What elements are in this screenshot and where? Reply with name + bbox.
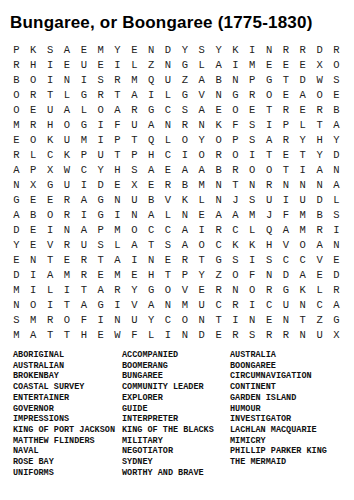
grid-cell-r11c15[interactable]: S bbox=[244, 192, 261, 207]
grid-cell-r3c1[interactable]: B bbox=[8, 72, 25, 87]
grid-cell-r5c1[interactable]: O bbox=[8, 102, 25, 117]
grid-cell-r15c19[interactable]: V bbox=[311, 252, 328, 267]
grid-cell-r17c16[interactable]: R bbox=[261, 282, 278, 297]
grid-cell-r13c9[interactable]: C bbox=[143, 222, 160, 237]
grid-cell-r14c8[interactable]: A bbox=[126, 237, 143, 252]
grid-cell-r5c16[interactable]: T bbox=[261, 102, 278, 117]
grid-cell-r18c6[interactable]: G bbox=[92, 297, 109, 312]
grid-cell-r11c20[interactable]: L bbox=[328, 192, 345, 207]
grid-cell-r15c5[interactable]: R bbox=[75, 252, 92, 267]
grid-cell-r20c17[interactable]: R bbox=[278, 327, 295, 342]
grid-cell-r5c18[interactable]: E bbox=[294, 102, 311, 117]
grid-cell-r1c6[interactable]: M bbox=[92, 42, 109, 57]
grid-cell-r2c3[interactable]: I bbox=[42, 57, 59, 72]
grid-cell-r2c20[interactable]: O bbox=[328, 57, 345, 72]
grid-cell-r8c10[interactable]: C bbox=[160, 147, 177, 162]
grid-cell-r16c10[interactable]: T bbox=[160, 267, 177, 282]
grid-cell-r12c11[interactable]: N bbox=[176, 207, 193, 222]
grid-cell-r6c6[interactable]: I bbox=[92, 117, 109, 132]
grid-cell-r15c18[interactable]: C bbox=[294, 252, 311, 267]
grid-cell-r16c4[interactable]: M bbox=[59, 267, 76, 282]
grid-cell-r9c1[interactable]: A bbox=[8, 162, 25, 177]
grid-cell-r2c18[interactable]: E bbox=[294, 57, 311, 72]
grid-cell-r13c12[interactable]: I bbox=[193, 222, 210, 237]
grid-cell-r15c8[interactable]: I bbox=[126, 252, 143, 267]
grid-cell-r16c8[interactable]: E bbox=[126, 267, 143, 282]
grid-cell-r7c17[interactable]: R bbox=[278, 132, 295, 147]
grid-cell-r15c6[interactable]: T bbox=[92, 252, 109, 267]
grid-cell-r14c11[interactable]: A bbox=[176, 237, 193, 252]
grid-cell-r10c14[interactable]: T bbox=[227, 177, 244, 192]
grid-cell-r14c3[interactable]: V bbox=[42, 237, 59, 252]
grid-cell-r12c15[interactable]: M bbox=[244, 207, 261, 222]
grid-cell-r19c2[interactable]: M bbox=[25, 312, 42, 327]
grid-cell-r9c10[interactable]: E bbox=[160, 162, 177, 177]
grid-cell-r1c7[interactable]: Y bbox=[109, 42, 126, 57]
grid-cell-r5c19[interactable]: R bbox=[311, 102, 328, 117]
grid-cell-r17c13[interactable]: R bbox=[210, 282, 227, 297]
grid-cell-r3c12[interactable]: A bbox=[193, 72, 210, 87]
grid-cell-r5c10[interactable]: C bbox=[160, 102, 177, 117]
grid-cell-r11c5[interactable]: A bbox=[75, 192, 92, 207]
grid-cell-r13c2[interactable]: E bbox=[25, 222, 42, 237]
grid-cell-r6c2[interactable]: R bbox=[25, 117, 42, 132]
grid-cell-r14c15[interactable]: K bbox=[244, 237, 261, 252]
grid-cell-r18c4[interactable]: T bbox=[59, 297, 76, 312]
grid-cell-r15c11[interactable]: R bbox=[176, 252, 193, 267]
grid-cell-r8c18[interactable]: T bbox=[294, 147, 311, 162]
grid-cell-r4c5[interactable]: G bbox=[75, 87, 92, 102]
grid-cell-r2c11[interactable]: G bbox=[176, 57, 193, 72]
grid-cell-r15c9[interactable]: N bbox=[143, 252, 160, 267]
grid-cell-r15c7[interactable]: A bbox=[109, 252, 126, 267]
grid-cell-r19c1[interactable]: S bbox=[8, 312, 25, 327]
grid-cell-r14c20[interactable]: N bbox=[328, 237, 345, 252]
grid-cell-r2c13[interactable]: A bbox=[210, 57, 227, 72]
grid-cell-r2c4[interactable]: E bbox=[59, 57, 76, 72]
grid-cell-r16c18[interactable]: A bbox=[294, 267, 311, 282]
grid-cell-r13c15[interactable]: L bbox=[244, 222, 261, 237]
grid-cell-r5c7[interactable]: A bbox=[109, 102, 126, 117]
grid-cell-r10c13[interactable]: N bbox=[210, 177, 227, 192]
grid-cell-r5c6[interactable]: O bbox=[92, 102, 109, 117]
grid-cell-r12c9[interactable]: A bbox=[143, 207, 160, 222]
grid-cell-r9c9[interactable]: A bbox=[143, 162, 160, 177]
grid-cell-r10c2[interactable]: X bbox=[25, 177, 42, 192]
grid-cell-r15c4[interactable]: E bbox=[59, 252, 76, 267]
grid-cell-r17c14[interactable]: N bbox=[227, 282, 244, 297]
grid-cell-r16c14[interactable]: O bbox=[227, 267, 244, 282]
grid-cell-r9c5[interactable]: C bbox=[75, 162, 92, 177]
grid-cell-r13c4[interactable]: N bbox=[59, 222, 76, 237]
grid-cell-r9c12[interactable]: A bbox=[193, 162, 210, 177]
grid-cell-r17c19[interactable]: L bbox=[311, 282, 328, 297]
grid-cell-r8c20[interactable]: D bbox=[328, 147, 345, 162]
grid-cell-r11c17[interactable]: I bbox=[278, 192, 295, 207]
grid-cell-r6c4[interactable]: O bbox=[59, 117, 76, 132]
grid-cell-r5c9[interactable]: G bbox=[143, 102, 160, 117]
grid-cell-r19c4[interactable]: O bbox=[59, 312, 76, 327]
grid-cell-r7c6[interactable]: I bbox=[92, 132, 109, 147]
grid-cell-r16c19[interactable]: E bbox=[311, 267, 328, 282]
grid-cell-r4c8[interactable]: A bbox=[126, 87, 143, 102]
grid-cell-r10c20[interactable]: A bbox=[328, 177, 345, 192]
grid-cell-r13c1[interactable]: D bbox=[8, 222, 25, 237]
grid-cell-r2c16[interactable]: E bbox=[261, 57, 278, 72]
grid-cell-r5c3[interactable]: U bbox=[42, 102, 59, 117]
grid-cell-r15c14[interactable]: S bbox=[227, 252, 244, 267]
grid-cell-r5c4[interactable]: A bbox=[59, 102, 76, 117]
grid-cell-r12c12[interactable]: E bbox=[193, 207, 210, 222]
grid-cell-r17c4[interactable]: I bbox=[59, 282, 76, 297]
grid-cell-r20c7[interactable]: W bbox=[109, 327, 126, 342]
grid-cell-r12c13[interactable]: A bbox=[210, 207, 227, 222]
grid-cell-r3c16[interactable]: G bbox=[261, 72, 278, 87]
grid-cell-r13c5[interactable]: A bbox=[75, 222, 92, 237]
grid-cell-r10c8[interactable]: X bbox=[126, 177, 143, 192]
grid-cell-r11c8[interactable]: U bbox=[126, 192, 143, 207]
grid-cell-r16c6[interactable]: E bbox=[92, 267, 109, 282]
grid-cell-r18c8[interactable]: V bbox=[126, 297, 143, 312]
grid-cell-r14c7[interactable]: L bbox=[109, 237, 126, 252]
grid-cell-r13c8[interactable]: O bbox=[126, 222, 143, 237]
grid-cell-r18c18[interactable]: N bbox=[294, 297, 311, 312]
grid-cell-r5c12[interactable]: A bbox=[193, 102, 210, 117]
grid-cell-r8c6[interactable]: U bbox=[92, 147, 109, 162]
grid-cell-r3c2[interactable]: O bbox=[25, 72, 42, 87]
grid-cell-r8c9[interactable]: H bbox=[143, 147, 160, 162]
grid-cell-r19c13[interactable]: T bbox=[210, 312, 227, 327]
grid-cell-r7c8[interactable]: T bbox=[126, 132, 143, 147]
grid-cell-r3c9[interactable]: Q bbox=[143, 72, 160, 87]
grid-cell-r10c12[interactable]: M bbox=[193, 177, 210, 192]
grid-cell-r16c5[interactable]: R bbox=[75, 267, 92, 282]
grid-cell-r8c3[interactable]: C bbox=[42, 147, 59, 162]
grid-cell-r9c11[interactable]: A bbox=[176, 162, 193, 177]
grid-cell-r4c20[interactable]: E bbox=[328, 87, 345, 102]
grid-cell-r11c1[interactable]: G bbox=[8, 192, 25, 207]
grid-cell-r18c14[interactable]: R bbox=[227, 297, 244, 312]
grid-cell-r14c2[interactable]: E bbox=[25, 237, 42, 252]
grid-cell-r12c2[interactable]: B bbox=[25, 207, 42, 222]
grid-cell-r5c15[interactable]: E bbox=[244, 102, 261, 117]
grid-cell-r6c8[interactable]: U bbox=[126, 117, 143, 132]
grid-cell-r16c2[interactable]: I bbox=[25, 267, 42, 282]
grid-cell-r19c11[interactable]: O bbox=[176, 312, 193, 327]
grid-cell-r4c19[interactable]: O bbox=[311, 87, 328, 102]
grid-cell-r17c6[interactable]: A bbox=[92, 282, 109, 297]
grid-cell-r7c14[interactable]: P bbox=[227, 132, 244, 147]
grid-cell-r18c13[interactable]: C bbox=[210, 297, 227, 312]
grid-cell-r3c4[interactable]: N bbox=[59, 72, 76, 87]
grid-cell-r2c19[interactable]: X bbox=[311, 57, 328, 72]
grid-cell-r15c2[interactable]: N bbox=[25, 252, 42, 267]
grid-cell-r16c13[interactable]: Z bbox=[210, 267, 227, 282]
grid-cell-r1c18[interactable]: R bbox=[294, 42, 311, 57]
grid-cell-r11c10[interactable]: V bbox=[160, 192, 177, 207]
grid-cell-r13c13[interactable]: R bbox=[210, 222, 227, 237]
grid-cell-r4c12[interactable]: V bbox=[193, 87, 210, 102]
grid-cell-r12c7[interactable]: I bbox=[109, 207, 126, 222]
grid-cell-r11c12[interactable]: L bbox=[193, 192, 210, 207]
grid-cell-r10c5[interactable]: I bbox=[75, 177, 92, 192]
grid-cell-r14c10[interactable]: S bbox=[160, 237, 177, 252]
grid-cell-r14c19[interactable]: A bbox=[311, 237, 328, 252]
grid-cell-r14c18[interactable]: O bbox=[294, 237, 311, 252]
grid-cell-r4c2[interactable]: R bbox=[25, 87, 42, 102]
grid-cell-r6c12[interactable]: N bbox=[193, 117, 210, 132]
grid-cell-r7c18[interactable]: Y bbox=[294, 132, 311, 147]
grid-cell-r19c3[interactable]: R bbox=[42, 312, 59, 327]
grid-cell-r18c17[interactable]: U bbox=[278, 297, 295, 312]
grid-cell-r13c14[interactable]: C bbox=[227, 222, 244, 237]
grid-cell-r11c2[interactable]: E bbox=[25, 192, 42, 207]
grid-cell-r17c15[interactable]: O bbox=[244, 282, 261, 297]
grid-cell-r3c5[interactable]: I bbox=[75, 72, 92, 87]
grid-cell-r20c5[interactable]: H bbox=[75, 327, 92, 342]
grid-cell-r12c1[interactable]: A bbox=[8, 207, 25, 222]
grid-cell-r11c19[interactable]: D bbox=[311, 192, 328, 207]
grid-cell-r18c1[interactable]: N bbox=[8, 297, 25, 312]
grid-cell-r8c8[interactable]: P bbox=[126, 147, 143, 162]
grid-cell-r17c12[interactable]: E bbox=[193, 282, 210, 297]
grid-cell-r4c1[interactable]: O bbox=[8, 87, 25, 102]
grid-cell-r8c13[interactable]: R bbox=[210, 147, 227, 162]
grid-cell-r3c20[interactable]: S bbox=[328, 72, 345, 87]
grid-cell-r18c10[interactable]: N bbox=[160, 297, 177, 312]
grid-cell-r8c19[interactable]: Y bbox=[311, 147, 328, 162]
grid-cell-r9c3[interactable]: X bbox=[42, 162, 59, 177]
grid-cell-r14c9[interactable]: T bbox=[143, 237, 160, 252]
grid-cell-r8c4[interactable]: K bbox=[59, 147, 76, 162]
grid-cell-r13c3[interactable]: I bbox=[42, 222, 59, 237]
grid-cell-r19c16[interactable]: E bbox=[261, 312, 278, 327]
grid-cell-r14c6[interactable]: S bbox=[92, 237, 109, 252]
grid-cell-r19c12[interactable]: N bbox=[193, 312, 210, 327]
grid-cell-r11c3[interactable]: E bbox=[42, 192, 59, 207]
grid-cell-r6c7[interactable]: F bbox=[109, 117, 126, 132]
grid-cell-r12c17[interactable]: F bbox=[278, 207, 295, 222]
grid-cell-r17c17[interactable]: G bbox=[278, 282, 295, 297]
grid-cell-r9c20[interactable]: N bbox=[328, 162, 345, 177]
grid-cell-r20c8[interactable]: F bbox=[126, 327, 143, 342]
grid-cell-r2c10[interactable]: N bbox=[160, 57, 177, 72]
grid-cell-r13c7[interactable]: M bbox=[109, 222, 126, 237]
grid-cell-r14c16[interactable]: H bbox=[261, 237, 278, 252]
grid-cell-r1c19[interactable]: D bbox=[311, 42, 328, 57]
grid-cell-r12c20[interactable]: S bbox=[328, 207, 345, 222]
grid-cell-r20c20[interactable]: X bbox=[328, 327, 345, 342]
grid-cell-r17c2[interactable]: I bbox=[25, 282, 42, 297]
grid-cell-r18c15[interactable]: I bbox=[244, 297, 261, 312]
grid-cell-r7c11[interactable]: O bbox=[176, 132, 193, 147]
grid-cell-r18c12[interactable]: U bbox=[193, 297, 210, 312]
grid-cell-r8c2[interactable]: L bbox=[25, 147, 42, 162]
grid-cell-r2c17[interactable]: E bbox=[278, 57, 295, 72]
grid-cell-r17c8[interactable]: Y bbox=[126, 282, 143, 297]
grid-cell-r14c17[interactable]: V bbox=[278, 237, 295, 252]
grid-cell-r16c20[interactable]: D bbox=[328, 267, 345, 282]
grid-cell-r14c14[interactable]: K bbox=[227, 237, 244, 252]
grid-cell-r7c1[interactable]: E bbox=[8, 132, 25, 147]
grid-cell-r17c7[interactable]: R bbox=[109, 282, 126, 297]
grid-cell-r20c15[interactable]: S bbox=[244, 327, 261, 342]
grid-cell-r3c3[interactable]: I bbox=[42, 72, 59, 87]
grid-cell-r19c7[interactable]: N bbox=[109, 312, 126, 327]
grid-cell-r17c18[interactable]: K bbox=[294, 282, 311, 297]
grid-cell-r4c9[interactable]: I bbox=[143, 87, 160, 102]
grid-cell-r8c1[interactable]: R bbox=[8, 147, 25, 162]
grid-cell-r17c10[interactable]: O bbox=[160, 282, 177, 297]
grid-cell-r8c14[interactable]: O bbox=[227, 147, 244, 162]
grid-cell-r11c11[interactable]: K bbox=[176, 192, 193, 207]
grid-cell-r12c4[interactable]: R bbox=[59, 207, 76, 222]
grid-cell-r9c14[interactable]: R bbox=[227, 162, 244, 177]
grid-cell-r20c10[interactable]: I bbox=[160, 327, 177, 342]
grid-cell-r17c3[interactable]: L bbox=[42, 282, 59, 297]
grid-cell-r6c19[interactable]: T bbox=[311, 117, 328, 132]
grid-cell-r15c3[interactable]: T bbox=[42, 252, 59, 267]
grid-cell-r20c13[interactable]: E bbox=[210, 327, 227, 342]
grid-cell-r10c6[interactable]: D bbox=[92, 177, 109, 192]
grid-cell-r8c12[interactable]: O bbox=[193, 147, 210, 162]
grid-cell-r10c10[interactable]: R bbox=[160, 177, 177, 192]
grid-cell-r2c2[interactable]: H bbox=[25, 57, 42, 72]
grid-cell-r15c17[interactable]: C bbox=[278, 252, 295, 267]
grid-cell-r18c16[interactable]: C bbox=[261, 297, 278, 312]
grid-cell-r4c6[interactable]: R bbox=[92, 87, 109, 102]
grid-cell-r19c5[interactable]: F bbox=[75, 312, 92, 327]
grid-cell-r19c8[interactable]: U bbox=[126, 312, 143, 327]
grid-cell-r11c18[interactable]: U bbox=[294, 192, 311, 207]
grid-cell-r6c18[interactable]: L bbox=[294, 117, 311, 132]
grid-cell-r6c3[interactable]: H bbox=[42, 117, 59, 132]
grid-cell-r20c11[interactable]: N bbox=[176, 327, 193, 342]
grid-cell-r16c1[interactable]: D bbox=[8, 267, 25, 282]
grid-cell-r4c15[interactable]: R bbox=[244, 87, 261, 102]
grid-cell-r16c16[interactable]: N bbox=[261, 267, 278, 282]
grid-cell-r3c13[interactable]: B bbox=[210, 72, 227, 87]
grid-cell-r5c2[interactable]: E bbox=[25, 102, 42, 117]
grid-cell-r5c14[interactable]: O bbox=[227, 102, 244, 117]
grid-cell-r16c7[interactable]: M bbox=[109, 267, 126, 282]
grid-cell-r19c17[interactable]: N bbox=[278, 312, 295, 327]
grid-cell-r9c2[interactable]: P bbox=[25, 162, 42, 177]
grid-cell-r11c7[interactable]: N bbox=[109, 192, 126, 207]
grid-cell-r18c19[interactable]: C bbox=[311, 297, 328, 312]
grid-cell-r4c11[interactable]: G bbox=[176, 87, 193, 102]
grid-cell-r20c9[interactable]: L bbox=[143, 327, 160, 342]
grid-cell-r2c6[interactable]: E bbox=[92, 57, 109, 72]
grid-cell-r9c8[interactable]: S bbox=[126, 162, 143, 177]
grid-cell-r1c1[interactable]: P bbox=[8, 42, 25, 57]
grid-cell-r10c15[interactable]: N bbox=[244, 177, 261, 192]
grid-cell-r6c17[interactable]: P bbox=[278, 117, 295, 132]
grid-cell-r11c4[interactable]: R bbox=[59, 192, 76, 207]
grid-cell-r5c11[interactable]: S bbox=[176, 102, 193, 117]
grid-cell-r7c12[interactable]: Y bbox=[193, 132, 210, 147]
grid-cell-r15c15[interactable]: I bbox=[244, 252, 261, 267]
grid-cell-r1c8[interactable]: E bbox=[126, 42, 143, 57]
grid-cell-r13c20[interactable]: I bbox=[328, 222, 345, 237]
grid-cell-r12c6[interactable]: G bbox=[92, 207, 109, 222]
grid-cell-r14c13[interactable]: C bbox=[210, 237, 227, 252]
grid-cell-r7c5[interactable]: M bbox=[75, 132, 92, 147]
grid-cell-r12c19[interactable]: B bbox=[311, 207, 328, 222]
grid-cell-r6c11[interactable]: R bbox=[176, 117, 193, 132]
grid-cell-r13c6[interactable]: P bbox=[92, 222, 109, 237]
grid-cell-r10c7[interactable]: E bbox=[109, 177, 126, 192]
grid-cell-r6c20[interactable]: A bbox=[328, 117, 345, 132]
grid-cell-r15c20[interactable]: E bbox=[328, 252, 345, 267]
grid-cell-r12c8[interactable]: N bbox=[126, 207, 143, 222]
grid-cell-r1c14[interactable]: K bbox=[227, 42, 244, 57]
grid-cell-r2c7[interactable]: I bbox=[109, 57, 126, 72]
grid-cell-r1c13[interactable]: Y bbox=[210, 42, 227, 57]
grid-cell-r20c3[interactable]: T bbox=[42, 327, 59, 342]
grid-cell-r10c11[interactable]: B bbox=[176, 177, 193, 192]
grid-cell-r13c17[interactable]: A bbox=[278, 222, 295, 237]
grid-cell-r1c10[interactable]: D bbox=[160, 42, 177, 57]
grid-cell-r20c12[interactable]: D bbox=[193, 327, 210, 342]
grid-cell-r10c18[interactable]: N bbox=[294, 177, 311, 192]
grid-cell-r10c4[interactable]: U bbox=[59, 177, 76, 192]
grid-cell-r3c8[interactable]: M bbox=[126, 72, 143, 87]
grid-cell-r1c9[interactable]: N bbox=[143, 42, 160, 57]
grid-cell-r1c15[interactable]: I bbox=[244, 42, 261, 57]
grid-cell-r19c6[interactable]: I bbox=[92, 312, 109, 327]
grid-cell-r12c16[interactable]: J bbox=[261, 207, 278, 222]
grid-cell-r7c9[interactable]: Q bbox=[143, 132, 160, 147]
grid-cell-r8c17[interactable]: E bbox=[278, 147, 295, 162]
grid-cell-r20c14[interactable]: R bbox=[227, 327, 244, 342]
grid-cell-r13c10[interactable]: C bbox=[160, 222, 177, 237]
grid-cell-r7c2[interactable]: O bbox=[25, 132, 42, 147]
grid-cell-r11c14[interactable]: J bbox=[227, 192, 244, 207]
grid-cell-r19c18[interactable]: T bbox=[294, 312, 311, 327]
grid-cell-r16c12[interactable]: Y bbox=[193, 267, 210, 282]
grid-cell-r15c12[interactable]: T bbox=[193, 252, 210, 267]
grid-cell-r2c1[interactable]: R bbox=[8, 57, 25, 72]
grid-cell-r3c19[interactable]: W bbox=[311, 72, 328, 87]
grid-cell-r18c5[interactable]: A bbox=[75, 297, 92, 312]
grid-cell-r19c9[interactable]: Y bbox=[143, 312, 160, 327]
grid-cell-r7c3[interactable]: K bbox=[42, 132, 59, 147]
grid-cell-r4c16[interactable]: O bbox=[261, 87, 278, 102]
grid-cell-r17c20[interactable]: R bbox=[328, 282, 345, 297]
grid-cell-r20c6[interactable]: E bbox=[92, 327, 109, 342]
grid-cell-r12c3[interactable]: O bbox=[42, 207, 59, 222]
grid-cell-r9c6[interactable]: Y bbox=[92, 162, 109, 177]
grid-cell-r7c4[interactable]: U bbox=[59, 132, 76, 147]
grid-cell-r10c16[interactable]: R bbox=[261, 177, 278, 192]
grid-cell-r7c19[interactable]: H bbox=[311, 132, 328, 147]
grid-cell-r6c1[interactable]: M bbox=[8, 117, 25, 132]
grid-cell-r3c7[interactable]: R bbox=[109, 72, 126, 87]
grid-cell-r8c16[interactable]: T bbox=[261, 147, 278, 162]
grid-cell-r3c11[interactable]: Z bbox=[176, 72, 193, 87]
grid-cell-r9c17[interactable]: T bbox=[278, 162, 295, 177]
grid-cell-r2c15[interactable]: M bbox=[244, 57, 261, 72]
grid-cell-r18c3[interactable]: I bbox=[42, 297, 59, 312]
grid-cell-r3c18[interactable]: D bbox=[294, 72, 311, 87]
grid-cell-r18c7[interactable]: I bbox=[109, 297, 126, 312]
grid-cell-r18c11[interactable]: M bbox=[176, 297, 193, 312]
grid-cell-r16c3[interactable]: A bbox=[42, 267, 59, 282]
grid-cell-r15c13[interactable]: G bbox=[210, 252, 227, 267]
grid-cell-r6c13[interactable]: K bbox=[210, 117, 227, 132]
grid-cell-r10c19[interactable]: N bbox=[311, 177, 328, 192]
